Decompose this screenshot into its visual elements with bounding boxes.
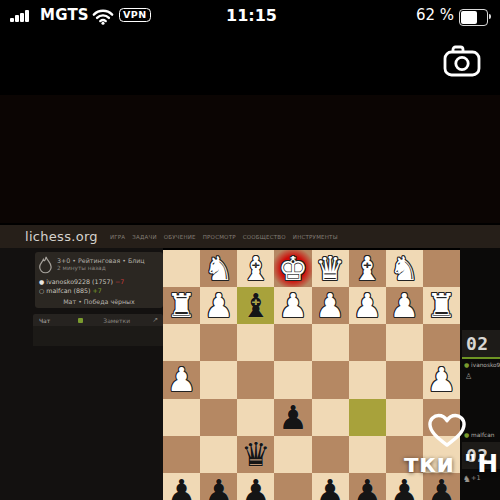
square-a4[interactable]: ♟ bbox=[423, 361, 460, 398]
game-result-label: Мат • Победа чёрных bbox=[39, 298, 159, 305]
square-a1[interactable] bbox=[423, 250, 460, 287]
square-h5[interactable] bbox=[163, 399, 200, 436]
white-king: ♚ bbox=[274, 250, 311, 287]
white-bishop: ♝ bbox=[237, 250, 274, 287]
square-f6[interactable]: ♛ bbox=[237, 436, 274, 473]
tab-chat[interactable]: Чат bbox=[39, 317, 50, 324]
square-b1[interactable]: ♞ bbox=[386, 250, 423, 287]
square-c4[interactable] bbox=[349, 361, 386, 398]
square-h6[interactable] bbox=[163, 436, 200, 473]
white-rook: ♜ bbox=[423, 287, 460, 324]
square-f5[interactable] bbox=[237, 399, 274, 436]
white-bishop: ♝ bbox=[349, 250, 386, 287]
square-d2[interactable]: ♟ bbox=[312, 287, 349, 324]
game-date-label: 2 минуты назад bbox=[57, 265, 145, 271]
black-pawn: ♟ bbox=[163, 473, 200, 500]
game-setup-label: 3+0 • Рейтинговая • Блиц bbox=[57, 257, 145, 264]
square-d3[interactable] bbox=[312, 324, 349, 361]
video-letterbox bbox=[0, 95, 500, 223]
nav-item-community[interactable]: Сообщество bbox=[243, 234, 286, 240]
white-player-row[interactable]: ● ivanosko9228 (1757) −7 bbox=[39, 278, 159, 285]
white-pawn: ♟ bbox=[200, 287, 237, 324]
game-meta-panel: 3+0 • Рейтинговая • Блиц 2 минуты назад … bbox=[35, 252, 163, 308]
black-color-icon: ○ bbox=[39, 287, 44, 294]
camera-icon[interactable] bbox=[443, 44, 481, 77]
white-pawn: ♟ bbox=[423, 361, 460, 398]
square-b4[interactable] bbox=[386, 361, 423, 398]
nav-item-learn[interactable]: Обучение bbox=[164, 234, 196, 240]
black-pawn: ♟ bbox=[312, 473, 349, 500]
white-queen: ♛ bbox=[312, 250, 349, 287]
blitz-flame-icon bbox=[39, 256, 52, 276]
white-pawn: ♟ bbox=[163, 361, 200, 398]
wifi-icon bbox=[92, 8, 114, 25]
square-f4[interactable] bbox=[237, 361, 274, 398]
square-g7[interactable]: ♟ bbox=[200, 473, 237, 500]
square-c1[interactable]: ♝ bbox=[349, 250, 386, 287]
black-queen: ♛ bbox=[237, 436, 274, 473]
status-time: 11:15 bbox=[226, 6, 274, 25]
nav-item-tools[interactable]: Инструменты bbox=[293, 234, 338, 240]
square-c7[interactable]: ♟ bbox=[349, 473, 386, 500]
square-g4[interactable] bbox=[200, 361, 237, 398]
square-h1[interactable] bbox=[163, 250, 200, 287]
lichess-logo[interactable]: lichess.org bbox=[25, 229, 98, 244]
white-captured-material: ♙ bbox=[465, 372, 472, 381]
black-player-row[interactable]: ○ malfcan (885) +7 bbox=[39, 287, 159, 294]
square-e2[interactable]: ♟ bbox=[274, 287, 311, 324]
battery-icon bbox=[459, 9, 488, 26]
carrier-label: MGTS bbox=[40, 6, 89, 24]
square-c6[interactable] bbox=[349, 436, 386, 473]
chat-messages-area[interactable] bbox=[33, 326, 163, 346]
black-player-name[interactable]: malfcan (885) bbox=[46, 287, 90, 294]
main-nav: Игра Задачи Обучение Просмотр Сообщество… bbox=[110, 234, 338, 240]
square-e7[interactable] bbox=[274, 473, 311, 500]
nav-item-puzzles[interactable]: Задачи bbox=[132, 234, 156, 240]
chat-expand-icon[interactable]: ↗ bbox=[152, 316, 158, 324]
square-b3[interactable] bbox=[386, 324, 423, 361]
square-c3[interactable] bbox=[349, 324, 386, 361]
square-f7[interactable]: ♟ bbox=[237, 473, 274, 500]
square-d5[interactable] bbox=[312, 399, 349, 436]
white-player-link[interactable]: ● ivanosko9228 bbox=[464, 361, 500, 368]
square-f1[interactable]: ♝ bbox=[237, 250, 274, 287]
square-f3[interactable] bbox=[237, 324, 274, 361]
square-a2[interactable]: ♜ bbox=[423, 287, 460, 324]
square-d7[interactable]: ♟ bbox=[312, 473, 349, 500]
square-f2[interactable]: ♝ bbox=[237, 287, 274, 324]
white-clock: 02 bbox=[462, 330, 500, 359]
square-h7[interactable]: ♟ bbox=[163, 473, 200, 500]
square-g6[interactable] bbox=[200, 436, 237, 473]
white-pawn: ♟ bbox=[312, 287, 349, 324]
square-e5[interactable]: ♟ bbox=[274, 399, 311, 436]
signal-strength-icon bbox=[10, 10, 29, 22]
square-h2[interactable]: ♜ bbox=[163, 287, 200, 324]
square-e6[interactable] bbox=[274, 436, 311, 473]
white-knight: ♞ bbox=[200, 250, 237, 287]
square-c2[interactable]: ♟ bbox=[349, 287, 386, 324]
phone-screenshot: MGTS VPN 11:15 62 % lichess.org Игра Зад… bbox=[0, 0, 500, 500]
black-bishop: ♝ bbox=[237, 287, 274, 324]
lichess-header: lichess.org Игра Задачи Обучение Просмот… bbox=[0, 225, 500, 248]
square-h4[interactable]: ♟ bbox=[163, 361, 200, 398]
white-pawn: ♟ bbox=[349, 287, 386, 324]
black-rating-delta: +7 bbox=[93, 287, 102, 294]
tab-notes[interactable]: Заметки bbox=[103, 317, 130, 324]
square-h3[interactable] bbox=[163, 324, 200, 361]
white-rook: ♜ bbox=[163, 287, 200, 324]
white-pawn: ♟ bbox=[274, 287, 311, 324]
square-g2[interactable]: ♟ bbox=[200, 287, 237, 324]
square-b5[interactable] bbox=[386, 399, 423, 436]
square-g1[interactable]: ♞ bbox=[200, 250, 237, 287]
chat-toggle[interactable] bbox=[78, 318, 83, 323]
ios-status-bar: MGTS VPN 11:15 62 % bbox=[0, 0, 500, 30]
square-g5[interactable] bbox=[200, 399, 237, 436]
white-color-icon: ● bbox=[39, 278, 44, 285]
white-rating-delta: −7 bbox=[115, 278, 124, 285]
square-e4[interactable] bbox=[274, 361, 311, 398]
white-knight: ♞ bbox=[386, 250, 423, 287]
black-pawn: ♟ bbox=[237, 473, 274, 500]
square-d1[interactable]: ♛ bbox=[312, 250, 349, 287]
square-a3[interactable] bbox=[423, 324, 460, 361]
nav-item-watch[interactable]: Просмотр bbox=[203, 234, 236, 240]
square-c5[interactable] bbox=[349, 399, 386, 436]
square-e1[interactable]: ♚ bbox=[274, 250, 311, 287]
black-player-link[interactable]: ● malfcan bbox=[464, 431, 500, 438]
square-d4[interactable] bbox=[312, 361, 349, 398]
vpn-badge: VPN bbox=[119, 8, 151, 22]
square-d6[interactable] bbox=[312, 436, 349, 473]
chat-panel: Чат Заметки ↗ bbox=[33, 314, 163, 346]
white-pawn: ♟ bbox=[386, 287, 423, 324]
nav-item-play[interactable]: Игра bbox=[110, 234, 125, 240]
white-player-name[interactable]: ivanosko9228 (1757) bbox=[46, 278, 113, 285]
square-b2[interactable]: ♟ bbox=[386, 287, 423, 324]
black-pawn: ♟ bbox=[274, 399, 311, 436]
square-g3[interactable] bbox=[200, 324, 237, 361]
heart-like-icon[interactable] bbox=[426, 410, 468, 450]
chat-tab-bar: Чат Заметки ↗ bbox=[33, 314, 163, 326]
black-pawn: ♟ bbox=[349, 473, 386, 500]
square-e3[interactable] bbox=[274, 324, 311, 361]
battery-percent-label: 62 % bbox=[408, 6, 454, 24]
black-pawn: ♟ bbox=[200, 473, 237, 500]
video-caption-text: тки "Н bbox=[404, 449, 499, 478]
